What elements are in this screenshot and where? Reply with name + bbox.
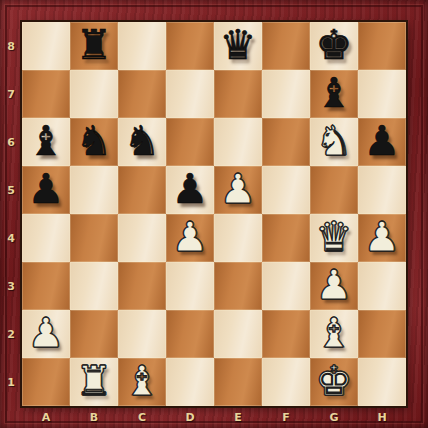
piece-black-pawn[interactable]: ♟ [28,165,65,213]
file-label-h: H [358,406,406,428]
square-g5[interactable] [310,166,358,214]
piece-white-pawn[interactable]: ♟ [316,261,353,309]
square-f2[interactable] [262,310,310,358]
square-f6[interactable] [262,118,310,166]
square-d8[interactable] [166,22,214,70]
chess-board: ♜♛♚♝♝♞♞♞♟♟♟♟♟♛♟♟♟♝♜♝♚ [22,22,406,406]
square-a8[interactable] [22,22,70,70]
square-d6[interactable] [166,118,214,166]
square-a5[interactable]: ♟ [22,166,70,214]
file-label-e: E [214,406,262,428]
square-e3[interactable] [214,262,262,310]
square-d4[interactable]: ♟ [166,214,214,262]
square-e6[interactable] [214,118,262,166]
rank-label-1: 1 [0,358,22,406]
square-h6[interactable]: ♟ [358,118,406,166]
rank-label-7: 7 [0,70,22,118]
square-c4[interactable] [118,214,166,262]
square-f3[interactable] [262,262,310,310]
piece-black-bishop[interactable]: ♝ [28,117,65,165]
piece-black-queen[interactable]: ♛ [220,21,257,69]
file-label-d: D [166,406,214,428]
square-e5[interactable]: ♟ [214,166,262,214]
rank-labels: 87654321 [0,22,22,406]
square-g3[interactable]: ♟ [310,262,358,310]
square-d5[interactable]: ♟ [166,166,214,214]
square-e8[interactable]: ♛ [214,22,262,70]
square-d7[interactable] [166,70,214,118]
piece-black-king[interactable]: ♚ [316,21,353,69]
square-a6[interactable]: ♝ [22,118,70,166]
rank-label-3: 3 [0,262,22,310]
file-labels: ABCDEFGH [22,406,406,428]
piece-black-knight[interactable]: ♞ [76,117,113,165]
chess-board-frame: ♜♛♚♝♝♞♞♞♟♟♟♟♟♛♟♟♟♝♜♝♚ ABCDEFGH 87654321 [0,0,428,428]
square-g8[interactable]: ♚ [310,22,358,70]
square-b1[interactable]: ♜ [70,358,118,406]
piece-white-rook[interactable]: ♜ [76,357,113,405]
square-f7[interactable] [262,70,310,118]
square-g2[interactable]: ♝ [310,310,358,358]
square-h8[interactable] [358,22,406,70]
rank-label-8: 8 [0,22,22,70]
square-b6[interactable]: ♞ [70,118,118,166]
piece-white-pawn[interactable]: ♟ [364,213,401,261]
square-c3[interactable] [118,262,166,310]
piece-white-bishop[interactable]: ♝ [316,309,353,357]
square-a1[interactable] [22,358,70,406]
square-a2[interactable]: ♟ [22,310,70,358]
square-g7[interactable]: ♝ [310,70,358,118]
square-e1[interactable] [214,358,262,406]
square-a7[interactable] [22,70,70,118]
piece-black-bishop[interactable]: ♝ [316,69,353,117]
square-h1[interactable] [358,358,406,406]
square-g1[interactable]: ♚ [310,358,358,406]
square-g6[interactable]: ♞ [310,118,358,166]
square-b3[interactable] [70,262,118,310]
piece-black-pawn[interactable]: ♟ [172,165,209,213]
square-b8[interactable]: ♜ [70,22,118,70]
square-f8[interactable] [262,22,310,70]
file-label-b: B [70,406,118,428]
square-b4[interactable] [70,214,118,262]
square-b5[interactable] [70,166,118,214]
square-h7[interactable] [358,70,406,118]
square-b2[interactable] [70,310,118,358]
square-c7[interactable] [118,70,166,118]
piece-white-pawn[interactable]: ♟ [28,309,65,357]
square-h2[interactable] [358,310,406,358]
rank-label-6: 6 [0,118,22,166]
square-c8[interactable] [118,22,166,70]
square-b7[interactable] [70,70,118,118]
piece-white-bishop[interactable]: ♝ [124,357,161,405]
square-c2[interactable] [118,310,166,358]
piece-white-queen[interactable]: ♛ [316,213,353,261]
square-e2[interactable] [214,310,262,358]
piece-black-knight[interactable]: ♞ [124,117,161,165]
square-e4[interactable] [214,214,262,262]
square-h4[interactable]: ♟ [358,214,406,262]
file-label-a: A [22,406,70,428]
file-label-g: G [310,406,358,428]
square-c5[interactable] [118,166,166,214]
square-f1[interactable] [262,358,310,406]
square-d3[interactable] [166,262,214,310]
piece-white-knight[interactable]: ♞ [316,117,353,165]
square-d1[interactable] [166,358,214,406]
piece-white-pawn[interactable]: ♟ [172,213,209,261]
square-e7[interactable] [214,70,262,118]
square-c1[interactable]: ♝ [118,358,166,406]
rank-label-4: 4 [0,214,22,262]
piece-black-pawn[interactable]: ♟ [364,117,401,165]
square-f4[interactable] [262,214,310,262]
piece-white-pawn[interactable]: ♟ [220,165,257,213]
piece-white-king[interactable]: ♚ [316,357,353,405]
square-f5[interactable] [262,166,310,214]
square-a3[interactable] [22,262,70,310]
rank-label-2: 2 [0,310,22,358]
file-label-f: F [262,406,310,428]
square-d2[interactable] [166,310,214,358]
rank-label-5: 5 [0,166,22,214]
square-c6[interactable]: ♞ [118,118,166,166]
file-label-c: C [118,406,166,428]
square-h5[interactable] [358,166,406,214]
square-g4[interactable]: ♛ [310,214,358,262]
piece-black-rook[interactable]: ♜ [76,21,113,69]
square-a4[interactable] [22,214,70,262]
square-h3[interactable] [358,262,406,310]
